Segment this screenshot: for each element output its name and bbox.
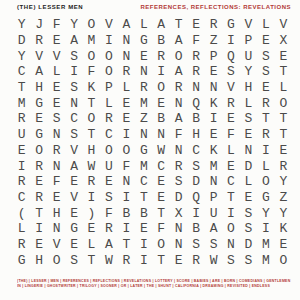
grid-cell: M xyxy=(205,158,222,174)
grid-cell: E xyxy=(30,111,47,127)
grid-cell: Y xyxy=(257,205,274,221)
grid-cell: T xyxy=(83,252,100,268)
grid-cell: U xyxy=(205,205,222,221)
grid-cell: O xyxy=(275,252,292,268)
grid-cell: C xyxy=(65,111,82,127)
grid-cell: F xyxy=(100,205,117,221)
album-title: REFERENCES, REFLECTIONS: REVELATIONS xyxy=(140,4,291,10)
grid-cell: O xyxy=(83,48,100,64)
grid-cell: I xyxy=(257,221,274,237)
grid-cell: N xyxy=(170,95,187,111)
grid-cell: S xyxy=(100,190,117,206)
grid-cell: Z xyxy=(205,33,222,49)
grid-cell: T xyxy=(83,127,100,143)
grid-cell: H xyxy=(30,252,47,268)
grid-cell: R xyxy=(170,158,187,174)
grid-cell: E xyxy=(83,221,100,237)
grid-cell: A xyxy=(153,17,170,33)
grid-cell: P xyxy=(100,80,117,96)
grid-cell: R xyxy=(118,64,135,80)
grid-cell: L xyxy=(100,95,117,111)
grid-cell: M xyxy=(257,237,274,253)
grid-cell: N xyxy=(222,237,239,253)
grid-cell: E xyxy=(205,127,222,143)
grid-cell: S xyxy=(65,48,82,64)
grid-cell: E xyxy=(275,143,292,159)
grid-cell: R xyxy=(187,48,204,64)
grid-cell: B xyxy=(135,205,152,221)
grid-cell: V xyxy=(275,17,292,33)
grid-cell: A xyxy=(170,64,187,80)
grid-cell: G xyxy=(135,143,152,159)
grid-cell: V xyxy=(65,143,82,159)
grid-cell: S xyxy=(65,80,82,96)
grid-cell: F xyxy=(222,127,239,143)
grid-cell: N xyxy=(170,237,187,253)
grid-cell: S xyxy=(240,205,257,221)
grid-cell: A xyxy=(65,158,82,174)
grid-cell: M xyxy=(83,33,100,49)
grid-cell: U xyxy=(240,48,257,64)
grid-cell: V xyxy=(240,17,257,33)
grid-cell: I xyxy=(118,190,135,206)
grid-cell: Y xyxy=(13,17,30,33)
grid-cell: O xyxy=(118,143,135,159)
grid-cell: N xyxy=(205,174,222,190)
grid-cell: N xyxy=(48,221,65,237)
grid-cell: ) xyxy=(83,205,100,221)
album-cover: (THE) LESSER MEN REFERENCES, REFLECTIONS… xyxy=(0,0,300,300)
grid-cell: N xyxy=(118,33,135,49)
grid-cell: E xyxy=(48,80,65,96)
grid-cell: E xyxy=(170,252,187,268)
grid-cell: F xyxy=(48,174,65,190)
grid-cell: M xyxy=(135,95,152,111)
grid-cell: L xyxy=(257,17,274,33)
word-list-line-2: IN | LINGERIE | GHOSTWRITER | TRILOGY | … xyxy=(17,284,291,289)
grid-cell: K xyxy=(205,143,222,159)
grid-cell: H xyxy=(30,80,47,96)
grid-cell: I xyxy=(118,127,135,143)
grid-cell: E xyxy=(48,190,65,206)
grid-cell: L xyxy=(135,17,152,33)
grid-cell: T xyxy=(257,111,274,127)
grid-cell: S xyxy=(222,252,239,268)
header: (THE) LESSER MEN REFERENCES, REFLECTIONS… xyxy=(17,4,291,10)
grid-cell: R xyxy=(222,95,239,111)
grid-cell: E xyxy=(30,237,47,253)
grid-cell: I xyxy=(222,33,239,49)
grid-cell: E xyxy=(65,237,82,253)
grid-cell: R xyxy=(13,237,30,253)
grid-cell: R xyxy=(257,127,274,143)
grid-cell: Y xyxy=(65,17,82,33)
grid-cell: E xyxy=(13,143,30,159)
grid-cell: E xyxy=(153,95,170,111)
grid-cell: N xyxy=(240,143,257,159)
grid-cell: T xyxy=(170,17,187,33)
grid-cell: L xyxy=(240,95,257,111)
grid-cell: I xyxy=(153,64,170,80)
grid-cell: G xyxy=(13,252,30,268)
grid-cell: A xyxy=(65,33,82,49)
grid-cell: E xyxy=(135,221,152,237)
grid-cell: I xyxy=(222,205,239,221)
grid-cell: D xyxy=(13,33,30,49)
grid-cell: E xyxy=(222,158,239,174)
grid-cell: D xyxy=(240,158,257,174)
grid-cell: E xyxy=(257,33,274,49)
word-search-grid: YJFYOVALATERGVLVDREAMINGBAFZIPEXYVVSOONE… xyxy=(13,17,292,268)
grid-cell: L xyxy=(222,143,239,159)
grid-cell: P xyxy=(205,48,222,64)
grid-cell: L xyxy=(118,80,135,96)
grid-cell: S xyxy=(65,252,82,268)
grid-cell: L xyxy=(240,174,257,190)
grid-cell: V xyxy=(222,80,239,96)
grid-cell: N xyxy=(205,80,222,96)
grid-cell: G xyxy=(30,127,47,143)
grid-cell: O xyxy=(153,80,170,96)
grid-cell: ( xyxy=(13,205,30,221)
grid-cell: N xyxy=(135,127,152,143)
grid-cell: E xyxy=(48,95,65,111)
grid-cell: N xyxy=(48,158,65,174)
grid-cell: H xyxy=(48,205,65,221)
grid-cell: R xyxy=(100,221,117,237)
grid-cell: S xyxy=(48,111,65,127)
grid-cell: L xyxy=(275,80,292,96)
grid-cell: R xyxy=(100,111,117,127)
grid-cell: L xyxy=(48,64,65,80)
grid-cell: Q xyxy=(187,190,204,206)
grid-cell: K xyxy=(275,221,292,237)
grid-cell: R xyxy=(153,48,170,64)
grid-cell: O xyxy=(83,17,100,33)
grid-cell: E xyxy=(205,64,222,80)
grid-cell: L xyxy=(83,237,100,253)
grid-cell: U xyxy=(13,127,30,143)
grid-cell: O xyxy=(83,111,100,127)
grid-cell: A xyxy=(170,33,187,49)
grid-cell: T xyxy=(135,190,152,206)
grid-cell: E xyxy=(135,48,152,64)
grid-cell: G xyxy=(222,17,239,33)
grid-cell: T xyxy=(275,64,292,80)
grid-cell: E xyxy=(187,17,204,33)
grid-cell: S xyxy=(187,158,204,174)
grid-cell: S xyxy=(240,252,257,268)
grid-cell: R xyxy=(205,17,222,33)
grid-cell: R xyxy=(30,190,47,206)
grid-cell: W xyxy=(100,252,117,268)
grid-cell: A xyxy=(118,17,135,33)
word-list-line-1-text: (THE) | LESSER | MEN | REFERENCES | REFL… xyxy=(17,279,290,283)
grid-cell: M xyxy=(257,252,274,268)
grid-cell: J xyxy=(30,17,47,33)
grid-cell: Z xyxy=(275,190,292,206)
word-list-line-2-text: IN | LINGERIE | GHOSTWRITER | TRILOGY | … xyxy=(17,284,270,288)
grid-cell: N xyxy=(153,127,170,143)
grid-cell: N xyxy=(170,143,187,159)
grid-cell: O xyxy=(48,252,65,268)
grid-cell: C xyxy=(222,174,239,190)
grid-cell: A xyxy=(30,64,47,80)
grid-cell: H xyxy=(83,143,100,159)
grid-cell: T xyxy=(118,237,135,253)
grid-cell: R xyxy=(187,252,204,268)
grid-cell: B xyxy=(153,111,170,127)
grid-cell: N xyxy=(48,127,65,143)
grid-cell: G xyxy=(65,221,82,237)
grid-cell: R xyxy=(30,158,47,174)
grid-cell: C xyxy=(13,190,30,206)
grid-cell: Y xyxy=(13,48,30,64)
grid-cell: Q xyxy=(222,48,239,64)
grid-cell: G xyxy=(30,95,47,111)
grid-cell: R xyxy=(48,143,65,159)
grid-cell: S xyxy=(170,174,187,190)
grid-cell: N xyxy=(65,95,82,111)
grid-cell: E xyxy=(275,48,292,64)
grid-cell: W xyxy=(205,252,222,268)
grid-cell: E xyxy=(48,33,65,49)
word-list: (THE) | LESSER | MEN | REFERENCES | REFL… xyxy=(17,279,291,289)
grid-cell: Y xyxy=(240,64,257,80)
grid-cell: I xyxy=(65,64,82,80)
grid-cell: B xyxy=(187,221,204,237)
grid-cell: E xyxy=(240,127,257,143)
grid-cell: E xyxy=(153,174,170,190)
grid-cell: R xyxy=(13,174,30,190)
grid-cell: F xyxy=(153,221,170,237)
grid-cell: S xyxy=(187,237,204,253)
grid-cell: O xyxy=(257,174,274,190)
grid-cell: S xyxy=(257,64,274,80)
grid-cell: A xyxy=(170,111,187,127)
grid-cell: F xyxy=(83,64,100,80)
grid-cell: Y xyxy=(275,205,292,221)
grid-cell: A xyxy=(100,237,117,253)
grid-cell: F xyxy=(48,17,65,33)
grid-cell: O xyxy=(100,64,117,80)
grid-cell: F xyxy=(118,158,135,174)
grid-cell: I xyxy=(205,111,222,127)
grid-cell: I xyxy=(13,158,30,174)
grid-cell: K xyxy=(205,95,222,111)
grid-cell: F xyxy=(187,33,204,49)
grid-cell: R xyxy=(275,158,292,174)
grid-cell: C xyxy=(100,127,117,143)
grid-cell: N xyxy=(135,64,152,80)
grid-cell: E xyxy=(65,205,82,221)
grid-cell: Y xyxy=(275,174,292,190)
grid-cell: H xyxy=(240,80,257,96)
grid-cell: O xyxy=(100,143,117,159)
grid-cell: T xyxy=(275,127,292,143)
grid-cell: I xyxy=(257,143,274,159)
grid-cell: A xyxy=(205,221,222,237)
grid-cell: T xyxy=(153,205,170,221)
grid-cell: E xyxy=(118,111,135,127)
grid-cell: G xyxy=(257,190,274,206)
grid-cell: G xyxy=(135,33,152,49)
grid-cell: O xyxy=(170,48,187,64)
grid-cell: W xyxy=(153,143,170,159)
grid-cell: E xyxy=(30,174,47,190)
grid-cell: L xyxy=(257,158,274,174)
grid-cell: R xyxy=(135,80,152,96)
grid-cell: T xyxy=(222,190,239,206)
grid-cell: T xyxy=(83,95,100,111)
grid-cell: O xyxy=(153,237,170,253)
grid-cell: K xyxy=(83,80,100,96)
grid-cell: R xyxy=(30,33,47,49)
grid-cell: S xyxy=(222,64,239,80)
grid-cell: C xyxy=(13,64,30,80)
grid-cell: N xyxy=(118,174,135,190)
grid-cell: R xyxy=(187,64,204,80)
grid-cell: E xyxy=(153,190,170,206)
grid-cell: V xyxy=(48,237,65,253)
grid-cell: N xyxy=(187,80,204,96)
grid-cell: I xyxy=(83,190,100,206)
grid-cell: X xyxy=(275,33,292,49)
grid-cell: O xyxy=(100,48,117,64)
grid-cell: R xyxy=(257,95,274,111)
grid-cell: N xyxy=(118,48,135,64)
grid-cell: B xyxy=(118,205,135,221)
grid-cell: P xyxy=(240,33,257,49)
grid-cell: W xyxy=(83,158,100,174)
grid-cell: I xyxy=(135,252,152,268)
grid-cell: P xyxy=(205,190,222,206)
grid-cell: B xyxy=(153,33,170,49)
grid-cell: O xyxy=(275,95,292,111)
grid-cell: C xyxy=(187,143,204,159)
grid-cell: R xyxy=(83,174,100,190)
grid-cell: M xyxy=(13,95,30,111)
grid-cell: I xyxy=(118,221,135,237)
grid-cell: V xyxy=(65,190,82,206)
grid-cell: D xyxy=(240,237,257,253)
grid-cell: H xyxy=(187,127,204,143)
grid-cell: I xyxy=(100,33,117,49)
grid-cell: Z xyxy=(135,111,152,127)
grid-cell: D xyxy=(187,174,204,190)
grid-cell: E xyxy=(240,190,257,206)
grid-cell: R xyxy=(13,111,30,127)
grid-cell: U xyxy=(100,158,117,174)
grid-cell: T xyxy=(275,111,292,127)
grid-cell: O xyxy=(222,221,239,237)
grid-cell: V xyxy=(100,17,117,33)
grid-cell: S xyxy=(240,221,257,237)
grid-cell: C xyxy=(153,158,170,174)
grid-cell: R xyxy=(118,252,135,268)
grid-cell: D xyxy=(170,190,187,206)
grid-cell: B xyxy=(187,111,204,127)
grid-cell: V xyxy=(30,48,47,64)
grid-cell: F xyxy=(170,127,187,143)
artist-name: (THE) LESSER MEN xyxy=(17,4,83,10)
grid-cell: E xyxy=(257,80,274,96)
grid-cell: T xyxy=(13,80,30,96)
grid-cell: C xyxy=(135,174,152,190)
grid-cell: N xyxy=(170,221,187,237)
grid-cell: X xyxy=(170,205,187,221)
grid-cell: E xyxy=(222,111,239,127)
grid-cell: M xyxy=(135,158,152,174)
grid-cell: I xyxy=(187,205,204,221)
grid-cell: T xyxy=(30,205,47,221)
grid-cell: L xyxy=(13,221,30,237)
grid-cell: S xyxy=(205,237,222,253)
grid-cell: E xyxy=(100,174,117,190)
grid-cell: E xyxy=(118,95,135,111)
grid-cell: V xyxy=(48,48,65,64)
grid-cell: S xyxy=(257,48,274,64)
grid-cell: T xyxy=(153,252,170,268)
grid-cell: Q xyxy=(187,95,204,111)
grid-cell: E xyxy=(275,237,292,253)
grid-cell: I xyxy=(30,221,47,237)
grid-cell: O xyxy=(30,143,47,159)
grid-cell: E xyxy=(65,174,82,190)
grid-cell: I xyxy=(135,237,152,253)
grid-cell: R xyxy=(170,80,187,96)
grid-cell: S xyxy=(240,111,257,127)
grid-cell: S xyxy=(65,127,82,143)
